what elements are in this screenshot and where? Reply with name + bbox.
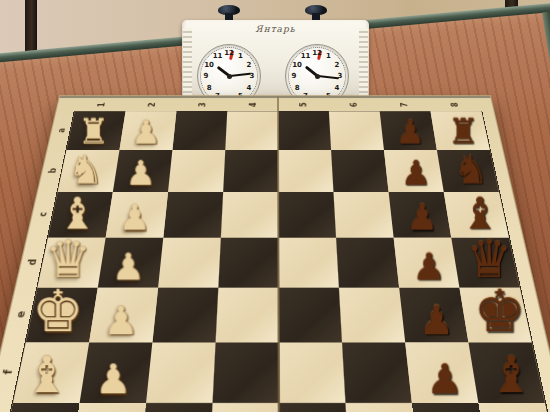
square-f4[interactable]	[213, 343, 279, 403]
square-b7[interactable]: ♟	[384, 150, 444, 192]
piece-white-pawn[interactable]: ♟	[125, 156, 156, 190]
square-a3[interactable]	[172, 111, 227, 150]
clock-numeral: 12	[224, 49, 234, 57]
piece-black-pawn[interactable]: ♟	[401, 156, 432, 190]
piece-black-king[interactable]: ♚	[474, 282, 526, 340]
scene: Янтарь 121234567891011 121234567891011 1…	[0, 0, 550, 412]
piece-black-knight[interactable]: ♞	[453, 151, 489, 191]
piece-black-bishop[interactable]: ♝	[489, 350, 534, 400]
piece-white-pawn[interactable]: ♟	[111, 248, 144, 285]
clock-numeral: 4	[334, 84, 339, 92]
square-g1[interactable]: ♞	[0, 403, 80, 412]
square-c7[interactable]: ♟	[389, 192, 452, 238]
clock-numeral: 12	[312, 49, 322, 57]
square-f1[interactable]: ♝	[13, 343, 89, 403]
square-c3[interactable]	[163, 192, 223, 238]
square-g5[interactable]	[279, 403, 349, 412]
square-g2[interactable]: ♟	[69, 403, 146, 412]
piece-white-king[interactable]: ♚	[32, 282, 84, 340]
square-b8[interactable]: ♞	[437, 150, 499, 192]
square-d5[interactable]	[278, 238, 338, 288]
square-a4[interactable]	[225, 111, 278, 150]
piece-black-pawn[interactable]: ♟	[412, 248, 445, 285]
clock-center-pin	[227, 74, 232, 79]
square-e7[interactable]: ♟	[399, 288, 468, 343]
square-c6[interactable]	[333, 192, 393, 238]
piece-black-rook[interactable]: ♜	[447, 114, 478, 149]
square-e4[interactable]	[216, 288, 279, 343]
square-e3[interactable]	[152, 288, 218, 343]
square-b5[interactable]	[278, 150, 333, 192]
clock-numeral: 2	[334, 61, 339, 69]
clock-numeral: 11	[213, 52, 223, 60]
square-d4[interactable]	[218, 238, 278, 288]
square-g8[interactable]: ♞	[478, 403, 550, 412]
square-g3[interactable]	[139, 403, 212, 412]
square-e8[interactable]: ♚	[459, 288, 531, 343]
square-d6[interactable]	[336, 238, 399, 288]
square-a7[interactable]: ♟	[380, 111, 437, 150]
square-f6[interactable]	[342, 343, 412, 403]
piece-white-pawn[interactable]: ♟	[103, 301, 138, 340]
clock-numeral: 11	[301, 52, 311, 60]
board-frame: 12345678 abcdefgh ♜♟♟♜♞♟♟♞♝♟♟♝♛♟♟♛♚♟♟♚♝♟…	[0, 96, 550, 412]
square-f3[interactable]	[146, 343, 216, 403]
square-b3[interactable]	[168, 150, 225, 192]
piece-black-pawn[interactable]: ♟	[426, 359, 463, 400]
square-d2[interactable]: ♟	[98, 238, 163, 288]
square-f7[interactable]: ♟	[405, 343, 478, 403]
clock-numeral: 1	[238, 52, 243, 60]
square-c2[interactable]: ♟	[106, 192, 168, 238]
square-b1[interactable]: ♞	[58, 150, 120, 192]
clock-center-pin	[315, 74, 320, 79]
square-f2[interactable]: ♟	[80, 343, 153, 403]
clock-numeral: 10	[292, 61, 302, 69]
square-b6[interactable]	[331, 150, 389, 192]
piece-black-pawn[interactable]: ♟	[406, 200, 438, 236]
clock-rib-left	[183, 28, 192, 98]
clock-numeral: 1	[326, 52, 331, 60]
square-a2[interactable]: ♟	[119, 111, 176, 150]
piece-white-rook[interactable]: ♜	[78, 114, 109, 149]
square-e1[interactable]: ♚	[26, 288, 98, 343]
square-b2[interactable]: ♟	[113, 150, 173, 192]
square-g6[interactable]	[345, 403, 419, 412]
piece-white-knight[interactable]: ♞	[68, 151, 104, 191]
piece-black-pawn[interactable]: ♟	[396, 116, 425, 149]
clock-rib-right	[359, 28, 368, 98]
square-a6[interactable]	[329, 111, 384, 150]
clock-numeral: 9	[292, 72, 297, 80]
square-b4[interactable]	[223, 150, 278, 192]
square-a5[interactable]	[278, 111, 331, 150]
square-a8[interactable]: ♜	[431, 111, 490, 150]
square-c4[interactable]	[221, 192, 279, 238]
clock-numeral: 3	[250, 72, 255, 80]
clock-numeral: 10	[204, 61, 214, 69]
square-c5[interactable]	[278, 192, 336, 238]
piece-white-pawn[interactable]: ♟	[131, 116, 160, 149]
square-g4[interactable]	[209, 403, 279, 412]
piece-black-pawn[interactable]: ♟	[419, 301, 454, 340]
piece-white-pawn[interactable]: ♟	[119, 200, 151, 236]
piece-white-pawn[interactable]: ♟	[95, 359, 132, 400]
square-e5[interactable]	[279, 288, 342, 343]
clock-numeral: 3	[338, 72, 343, 80]
chess-board: 12345678 abcdefgh ♜♟♟♜♞♟♟♞♝♟♟♝♛♟♟♛♚♟♟♚♝♟…	[0, 96, 550, 412]
board-grid: ♜♟♟♜♞♟♟♞♝♟♟♝♛♟♟♛♚♟♟♚♝♟♟♝♞♟♟♞♜♟♟♜	[0, 111, 550, 412]
clock-brand-label: Янтарь	[182, 24, 369, 34]
square-f8[interactable]: ♝	[468, 343, 544, 403]
square-e2[interactable]: ♟	[89, 288, 158, 343]
clock-numeral: 9	[204, 72, 209, 80]
square-d7[interactable]: ♟	[394, 238, 460, 288]
square-d3[interactable]	[158, 238, 221, 288]
square-f5[interactable]	[279, 343, 346, 403]
square-e6[interactable]	[339, 288, 405, 343]
piece-white-bishop[interactable]: ♝	[24, 350, 69, 400]
square-a1[interactable]: ♜	[67, 111, 126, 150]
clock-numeral: 2	[246, 61, 251, 69]
